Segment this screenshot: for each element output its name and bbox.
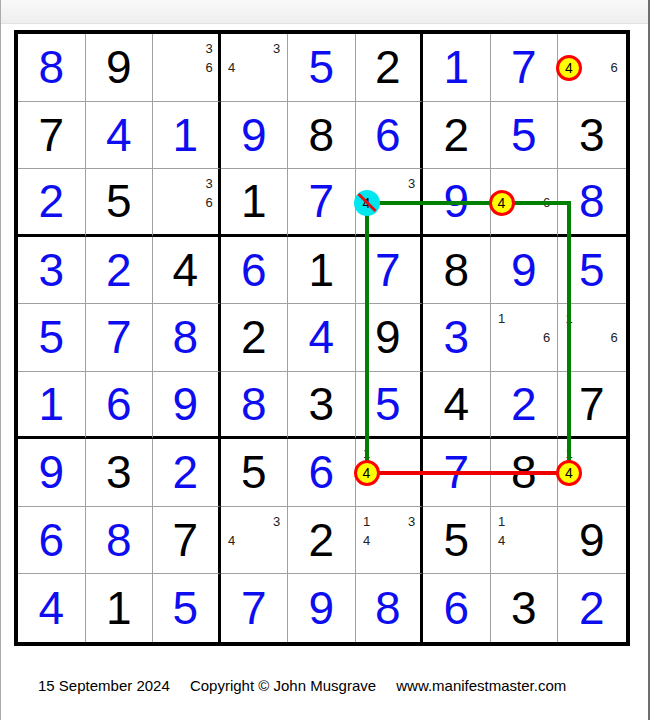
cell-value: 6 xyxy=(443,585,469,631)
cell-value: 9 xyxy=(375,314,401,360)
sudoku-cell-r4c9[interactable]: 5 xyxy=(558,237,626,305)
sudoku-cell-r2c1[interactable]: 7 xyxy=(18,102,86,170)
cell-value: 9 xyxy=(172,381,198,427)
sudoku-cell-r8c8[interactable]: 14 xyxy=(491,507,559,575)
sudoku-cell-r1c9[interactable]: 46 xyxy=(558,34,626,102)
candidate-4: 4 xyxy=(359,533,375,549)
sudoku-cell-r7c8[interactable]: 8 xyxy=(491,439,559,507)
sudoku-cell-r7c2[interactable]: 3 xyxy=(86,439,154,507)
sudoku-cell-r4c1[interactable]: 3 xyxy=(18,237,86,305)
sudoku-cell-r8c3[interactable]: 7 xyxy=(153,507,221,575)
sudoku-cell-r2c7[interactable]: 2 xyxy=(423,102,491,170)
sudoku-cell-r9c9[interactable]: 2 xyxy=(558,574,626,642)
candidate-3: 3 xyxy=(269,514,285,530)
sudoku-cell-r4c5[interactable]: 1 xyxy=(288,237,356,305)
sudoku-cell-r7c7[interactable]: 7 xyxy=(423,439,491,507)
sudoku-cell-r2c4[interactable]: 9 xyxy=(221,102,289,170)
cell-value: 5 xyxy=(106,178,132,224)
sudoku-cell-r3c7[interactable]: 9 xyxy=(423,169,491,237)
candidate-4: 4 xyxy=(359,195,375,211)
cell-value: 5 xyxy=(172,585,198,631)
candidate-6: 6 xyxy=(201,60,217,76)
sudoku-cell-r2c5[interactable]: 8 xyxy=(288,102,356,170)
cell-value: 5 xyxy=(38,314,64,360)
candidate-1: 1 xyxy=(494,514,510,530)
cell-value: 7 xyxy=(443,449,469,495)
cell-value: 6 xyxy=(38,517,64,563)
candidate-6: 6 xyxy=(539,195,555,211)
sudoku-cell-r2c9[interactable]: 3 xyxy=(558,102,626,170)
sudoku-cell-r3c6[interactable]: 34 xyxy=(356,169,424,237)
cell-value: 3 xyxy=(106,449,132,495)
cell-value: 9 xyxy=(38,449,64,495)
sudoku-cell-r4c6[interactable]: 7 xyxy=(356,237,424,305)
candidate-4: 4 xyxy=(359,465,375,481)
cell-value: 8 xyxy=(579,178,605,224)
cell-value: 9 xyxy=(511,247,537,293)
sudoku-cell-r3c2[interactable]: 5 xyxy=(86,169,154,237)
sudoku-cell-r8c6[interactable]: 134 xyxy=(356,507,424,575)
candidate-3: 3 xyxy=(201,41,217,57)
candidate-1: 1 xyxy=(561,311,577,327)
cell-value: 7 xyxy=(172,517,198,563)
sudoku-board[interactable]: 8936345217467419862532536173494683246178… xyxy=(14,30,630,646)
sudoku-cell-r6c6[interactable]: 5 xyxy=(356,372,424,440)
cell-value: 2 xyxy=(106,247,132,293)
sudoku-cell-r6c5[interactable]: 3 xyxy=(288,372,356,440)
cell-value: 4 xyxy=(443,381,469,427)
cell-value: 8 xyxy=(106,517,132,563)
candidate-4: 4 xyxy=(494,195,510,211)
sudoku-cell-r4c2[interactable]: 2 xyxy=(86,237,154,305)
sudoku-cell-r3c4[interactable]: 1 xyxy=(221,169,289,237)
sudoku-cell-r5c8[interactable]: 16 xyxy=(491,304,559,372)
cell-value: 1 xyxy=(443,44,469,90)
cell-value: 8 xyxy=(241,381,267,427)
sudoku-cell-r1c8[interactable]: 7 xyxy=(491,34,559,102)
sudoku-cell-r9c2[interactable]: 1 xyxy=(86,574,154,642)
cell-value: 6 xyxy=(375,112,401,158)
candidate-6: 6 xyxy=(539,330,555,346)
cell-value: 7 xyxy=(375,247,401,293)
sudoku-cell-r6c3[interactable]: 9 xyxy=(153,372,221,440)
sudoku-cell-r9c3[interactable]: 5 xyxy=(153,574,221,642)
cell-value: 2 xyxy=(511,381,537,427)
sudoku-cell-r5c3[interactable]: 8 xyxy=(153,304,221,372)
sudoku-cell-r8c4[interactable]: 34 xyxy=(221,507,289,575)
cell-value: 9 xyxy=(443,178,469,224)
sudoku-cell-r9c6[interactable]: 8 xyxy=(356,574,424,642)
cell-value: 2 xyxy=(443,112,469,158)
candidate-6: 6 xyxy=(201,195,217,211)
cell-value: 2 xyxy=(241,314,267,360)
window-top-bar xyxy=(0,0,650,24)
cell-value: 1 xyxy=(106,585,132,631)
cell-value: 4 xyxy=(308,314,334,360)
footer-website[interactable]: www.manifestmaster.com xyxy=(396,677,566,694)
candidate-4: 4 xyxy=(561,465,577,481)
cell-value: 5 xyxy=(443,517,469,563)
sudoku-cell-r8c5[interactable]: 2 xyxy=(288,507,356,575)
sudoku-cell-r9c1[interactable]: 4 xyxy=(18,574,86,642)
candidate-4: 4 xyxy=(224,60,240,76)
cell-value: 2 xyxy=(375,44,401,90)
cell-value: 1 xyxy=(38,381,64,427)
sudoku-cell-r6c7[interactable]: 4 xyxy=(423,372,491,440)
footer: 15 September 2024 Copyright © John Musgr… xyxy=(38,676,566,696)
cell-value: 8 xyxy=(443,247,469,293)
cell-value: 5 xyxy=(241,449,267,495)
sudoku-cell-r6c1[interactable]: 1 xyxy=(18,372,86,440)
sudoku-cell-r8c7[interactable]: 5 xyxy=(423,507,491,575)
sudoku-cell-r1c6[interactable]: 2 xyxy=(356,34,424,102)
sudoku-cell-r1c4[interactable]: 34 xyxy=(221,34,289,102)
cell-value: 4 xyxy=(106,112,132,158)
sudoku-cell-r4c4[interactable]: 6 xyxy=(221,237,289,305)
candidate-4: 4 xyxy=(224,533,240,549)
candidate-1: 1 xyxy=(359,446,375,462)
cell-value: 7 xyxy=(579,381,605,427)
cell-value: 3 xyxy=(443,314,469,360)
sudoku-cell-r5c1[interactable]: 5 xyxy=(18,304,86,372)
candidate-3: 3 xyxy=(404,514,420,530)
sudoku-cell-r1c1[interactable]: 8 xyxy=(18,34,86,102)
footer-copyright: Copyright © John Musgrave xyxy=(190,677,376,694)
cell-value: 8 xyxy=(172,314,198,360)
sudoku-cell-r7c6[interactable]: 14 xyxy=(356,439,424,507)
sudoku-cell-r5c2[interactable]: 7 xyxy=(86,304,154,372)
cell-value: 8 xyxy=(308,112,334,158)
cell-value: 8 xyxy=(38,44,64,90)
sudoku-cell-r6c2[interactable]: 6 xyxy=(86,372,154,440)
cell-value: 9 xyxy=(579,517,605,563)
cell-value: 2 xyxy=(172,449,198,495)
sudoku-cell-r3c5[interactable]: 7 xyxy=(288,169,356,237)
footer-date: 15 September 2024 xyxy=(38,677,170,694)
cell-value: 7 xyxy=(308,178,334,224)
sudoku-cell-r5c5[interactable]: 4 xyxy=(288,304,356,372)
cell-value: 8 xyxy=(511,449,537,495)
cell-value: 1 xyxy=(241,178,267,224)
sudoku-cell-r8c9[interactable]: 9 xyxy=(558,507,626,575)
sudoku-cell-r1c5[interactable]: 5 xyxy=(288,34,356,102)
sudoku-cell-r6c9[interactable]: 7 xyxy=(558,372,626,440)
sudoku-cell-r9c8[interactable]: 3 xyxy=(491,574,559,642)
sudoku-cell-r8c1[interactable]: 6 xyxy=(18,507,86,575)
sudoku-cell-r3c9[interactable]: 8 xyxy=(558,169,626,237)
sudoku-cell-r9c4[interactable]: 7 xyxy=(221,574,289,642)
cell-value: 5 xyxy=(511,112,537,158)
cell-value: 8 xyxy=(375,585,401,631)
sudoku-cell-r7c9[interactable]: 14 xyxy=(558,439,626,507)
sudoku-cell-r7c4[interactable]: 5 xyxy=(221,439,289,507)
sudoku-cell-r4c3[interactable]: 4 xyxy=(153,237,221,305)
sudoku-cell-r5c6[interactable]: 9 xyxy=(356,304,424,372)
cell-value: 2 xyxy=(579,585,605,631)
sudoku-cell-r5c4[interactable]: 2 xyxy=(221,304,289,372)
sudoku-cell-r2c3[interactable]: 1 xyxy=(153,102,221,170)
cell-value: 5 xyxy=(579,247,605,293)
cell-value: 3 xyxy=(38,247,64,293)
sudoku-cell-r5c9[interactable]: 16 xyxy=(558,304,626,372)
sudoku-cell-r9c5[interactable]: 9 xyxy=(288,574,356,642)
sudoku-cell-r5c7[interactable]: 3 xyxy=(423,304,491,372)
candidate-4: 4 xyxy=(494,533,510,549)
cell-value: 4 xyxy=(172,247,198,293)
sudoku-cell-r7c3[interactable]: 2 xyxy=(153,439,221,507)
cell-value: 7 xyxy=(38,112,64,158)
sudoku-cell-r6c4[interactable]: 8 xyxy=(221,372,289,440)
cell-value: 1 xyxy=(308,247,334,293)
sudoku-cell-r3c3[interactable]: 36 xyxy=(153,169,221,237)
sudoku-cell-r3c1[interactable]: 2 xyxy=(18,169,86,237)
sudoku-cell-r4c8[interactable]: 9 xyxy=(491,237,559,305)
cell-value: 9 xyxy=(308,585,334,631)
candidate-6: 6 xyxy=(606,60,622,76)
sudoku-cell-r1c7[interactable]: 1 xyxy=(423,34,491,102)
candidate-3: 3 xyxy=(201,176,217,192)
cell-value: 3 xyxy=(579,112,605,158)
sudoku-cell-r2c2[interactable]: 4 xyxy=(86,102,154,170)
sudoku-cell-r2c6[interactable]: 6 xyxy=(356,102,424,170)
cell-value: 2 xyxy=(308,517,334,563)
candidate-3: 3 xyxy=(404,176,420,192)
candidate-1: 1 xyxy=(494,311,510,327)
sudoku-cell-r1c3[interactable]: 36 xyxy=(153,34,221,102)
cell-value: 7 xyxy=(511,44,537,90)
sudoku-cell-r3c8[interactable]: 46 xyxy=(491,169,559,237)
sudoku-cell-r7c1[interactable]: 9 xyxy=(18,439,86,507)
cell-value: 7 xyxy=(106,314,132,360)
sudoku-cell-r4c7[interactable]: 8 xyxy=(423,237,491,305)
sudoku-cell-r7c5[interactable]: 6 xyxy=(288,439,356,507)
cell-value: 3 xyxy=(511,585,537,631)
candidate-1: 1 xyxy=(359,514,375,530)
candidate-1: 1 xyxy=(561,446,577,462)
sudoku-cell-r2c8[interactable]: 5 xyxy=(491,102,559,170)
sudoku-cell-r6c8[interactable]: 2 xyxy=(491,372,559,440)
cell-value: 5 xyxy=(375,381,401,427)
cell-value: 4 xyxy=(38,585,64,631)
candidate-3: 3 xyxy=(269,41,285,57)
sudoku-cell-r8c2[interactable]: 8 xyxy=(86,507,154,575)
candidate-6: 6 xyxy=(606,330,622,346)
cell-value: 6 xyxy=(106,381,132,427)
window-left-edge xyxy=(0,0,1,720)
cell-value: 5 xyxy=(308,44,334,90)
sudoku-cell-r9c7[interactable]: 6 xyxy=(423,574,491,642)
sudoku-cell-r1c2[interactable]: 9 xyxy=(86,34,154,102)
cell-value: 2 xyxy=(38,178,64,224)
cell-value: 6 xyxy=(241,247,267,293)
candidate-4: 4 xyxy=(561,60,577,76)
cell-value: 9 xyxy=(241,112,267,158)
cell-value: 1 xyxy=(172,112,198,158)
cell-value: 9 xyxy=(106,44,132,90)
cell-value: 3 xyxy=(308,381,334,427)
cell-value: 7 xyxy=(241,585,267,631)
cell-value: 6 xyxy=(308,449,334,495)
